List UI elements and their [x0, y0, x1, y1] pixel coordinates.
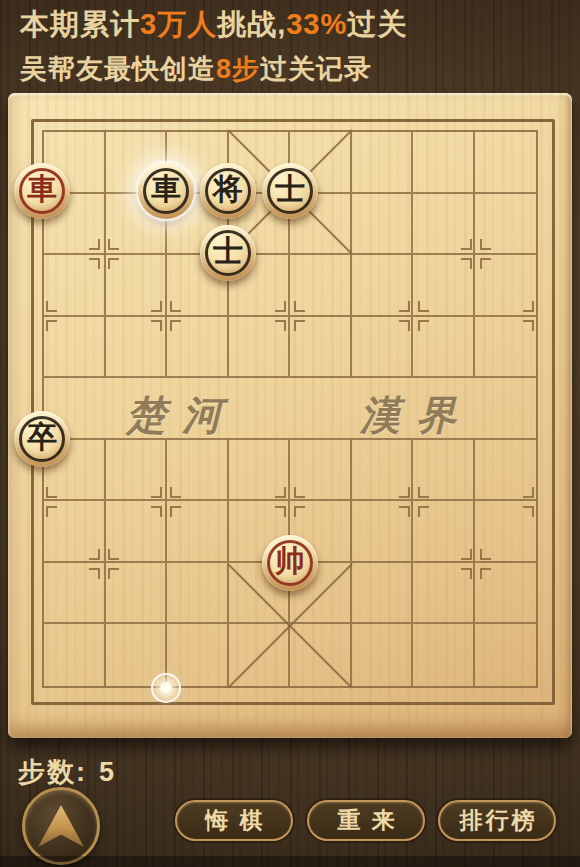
board-cell[interactable]	[352, 563, 414, 625]
piece-glyph: 帅	[262, 535, 318, 591]
stat-text-segment: 过关记录	[260, 54, 372, 84]
board-cell[interactable]	[352, 624, 414, 686]
board-cell[interactable]	[352, 378, 414, 440]
board-cell[interactable]	[44, 563, 106, 625]
board-cell[interactable]	[475, 317, 537, 379]
move-counter-label: 步数:	[18, 757, 87, 787]
stat-text-segment: 3万人	[140, 8, 217, 40]
piece-black-general[interactable]: 将	[200, 163, 256, 219]
board-cell[interactable]	[475, 194, 537, 256]
board-cell[interactable]	[413, 563, 475, 625]
piece-red-chariot[interactable]: 車	[14, 163, 70, 219]
board-cell[interactable]	[475, 132, 537, 194]
board-cell[interactable]	[352, 317, 414, 379]
piece-black-advisor[interactable]: 士	[200, 225, 256, 281]
undo-button[interactable]: 悔棋	[175, 800, 293, 841]
piece-black-advisor[interactable]: 士	[262, 163, 318, 219]
board-cell[interactable]	[475, 624, 537, 686]
leaderboard-button-label: 排行榜	[457, 805, 538, 836]
board-cell[interactable]	[106, 440, 168, 502]
board-cell[interactable]	[44, 501, 106, 563]
move-counter-value: 5	[99, 757, 116, 787]
stats-line: 本期累计3万人挑战,33%过关	[20, 5, 407, 45]
board-cell[interactable]	[475, 440, 537, 502]
stat-text-segment: 过关	[347, 8, 407, 40]
board-cell[interactable]	[229, 378, 291, 440]
board-cell[interactable]	[106, 563, 168, 625]
board-cell[interactable]	[290, 378, 352, 440]
leaderboard-button[interactable]: 排行榜	[438, 800, 556, 841]
board-cell[interactable]	[352, 440, 414, 502]
board-cell[interactable]	[475, 501, 537, 563]
stat-text-segment: 8步	[216, 54, 260, 84]
board-cell[interactable]	[106, 378, 168, 440]
board-cell[interactable]	[229, 624, 291, 686]
stat-text-segment: 挑战,	[217, 8, 286, 40]
bottom-shade	[0, 856, 580, 867]
board-cell[interactable]	[352, 132, 414, 194]
board-cell[interactable]	[413, 194, 475, 256]
piece-glyph: 車	[138, 163, 194, 219]
board-cell[interactable]	[290, 440, 352, 502]
board-cell[interactable]	[413, 132, 475, 194]
board-cell[interactable]	[290, 624, 352, 686]
board-cell[interactable]	[475, 563, 537, 625]
board-cell[interactable]	[167, 378, 229, 440]
piece-glyph: 士	[262, 163, 318, 219]
piece-glyph: 車	[14, 163, 70, 219]
piece-red-general[interactable]: 帅	[262, 535, 318, 591]
stat-text-segment: 本期累计	[20, 8, 140, 40]
board-cell[interactable]	[44, 255, 106, 317]
board-cell[interactable]	[106, 317, 168, 379]
chevron-up-icon	[38, 805, 84, 847]
restart-button-label: 重来	[327, 805, 406, 836]
board-cell[interactable]	[229, 440, 291, 502]
board-cell[interactable]	[167, 563, 229, 625]
board-cell[interactable]	[413, 501, 475, 563]
restart-button[interactable]: 重来	[307, 800, 425, 841]
board-cell[interactable]	[229, 317, 291, 379]
board-cell[interactable]	[44, 317, 106, 379]
board-cell[interactable]	[352, 194, 414, 256]
board-cell[interactable]	[167, 317, 229, 379]
board-cell[interactable]	[167, 440, 229, 502]
piece-black-chariot[interactable]: 車	[138, 163, 194, 219]
board-cell[interactable]	[413, 255, 475, 317]
board-cell[interactable]	[413, 624, 475, 686]
piece-glyph: 士	[200, 225, 256, 281]
board-cell[interactable]	[44, 624, 106, 686]
board-cell[interactable]	[167, 501, 229, 563]
board-cell[interactable]	[352, 255, 414, 317]
board-cell[interactable]	[413, 378, 475, 440]
board-cell[interactable]	[290, 255, 352, 317]
stat-text-segment: 33%	[286, 8, 347, 40]
board-cell[interactable]	[475, 378, 537, 440]
board-cell[interactable]	[352, 501, 414, 563]
board-cell[interactable]	[106, 255, 168, 317]
record-line: 吴帮友最快创造8步过关记录	[20, 51, 372, 87]
board-cell[interactable]	[413, 317, 475, 379]
last-move-origin-dot	[151, 673, 181, 703]
piece-glyph: 将	[200, 163, 256, 219]
board-cell[interactable]	[413, 440, 475, 502]
up-arrow-button[interactable]	[22, 787, 100, 865]
board-cell[interactable]	[475, 255, 537, 317]
move-counter: 步数:5	[18, 754, 116, 790]
stat-text-segment: 吴帮友最快创造	[20, 54, 216, 84]
undo-button-label: 悔棋	[195, 805, 274, 836]
xiangqi-board: 楚河 漢界 車車将士士卒帅	[8, 93, 572, 738]
piece-glyph: 卒	[14, 411, 70, 467]
board-cell[interactable]	[106, 501, 168, 563]
board-cell[interactable]	[290, 317, 352, 379]
piece-black-soldier[interactable]: 卒	[14, 411, 70, 467]
